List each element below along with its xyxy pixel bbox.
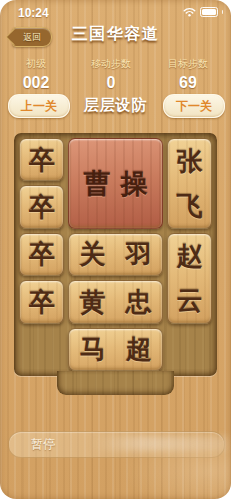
pause-button-label: 暂停 — [31, 432, 224, 457]
puzzle-board: 曹操张飞赵云关羽黄忠马超卒卒卒卒 — [14, 133, 217, 376]
piece-character: 赵 — [176, 243, 202, 269]
stat-target-label: 目标步数 — [152, 57, 224, 71]
piece-character: 羽 — [126, 241, 152, 267]
piece-character: 超 — [126, 336, 152, 362]
piece-machao[interactable]: 马超 — [68, 328, 163, 371]
piece-guanyu[interactable]: 关羽 — [68, 233, 163, 276]
stat-moves-value: 0 — [75, 74, 147, 92]
stat-level-label: 初级 — [0, 57, 72, 71]
piece-character: 飞 — [176, 193, 202, 219]
piece-zhaoyun[interactable]: 赵云 — [167, 233, 212, 324]
stat-level: 初级 002 — [0, 57, 72, 92]
piece-soldier3[interactable]: 卒 — [19, 233, 64, 276]
piece-character: 卒 — [29, 289, 55, 315]
battery-tip-icon — [222, 10, 224, 14]
piece-caocao[interactable]: 曹操 — [68, 138, 163, 229]
piece-character: 卒 — [29, 194, 55, 220]
status-icons — [183, 7, 224, 17]
piece-soldier2[interactable]: 卒 — [19, 185, 64, 228]
piece-character: 云 — [176, 287, 202, 313]
piece-soldier1[interactable]: 卒 — [19, 138, 64, 181]
piece-character: 关 — [79, 241, 105, 267]
piece-huangzhong[interactable]: 黄忠 — [68, 280, 163, 323]
piece-character: 卒 — [29, 241, 55, 267]
piece-zhangfei[interactable]: 张飞 — [167, 138, 212, 229]
next-level-button[interactable]: 下一关 — [163, 94, 225, 118]
pause-button[interactable]: 暂停 — [8, 431, 225, 458]
battery-icon — [200, 7, 218, 17]
stat-target-value: 69 — [152, 74, 224, 92]
piece-character: 黄 — [79, 289, 105, 315]
status-bar: 10:24 — [0, 0, 231, 20]
stat-level-value: 002 — [0, 74, 72, 92]
piece-character: 张 — [176, 148, 202, 174]
piece-character: 曹 — [84, 170, 111, 197]
stat-moves-label: 移动步数 — [75, 57, 147, 71]
page-title: 三国华容道 — [0, 24, 231, 45]
piece-character: 忠 — [126, 289, 152, 315]
clock-time: 10:24 — [18, 6, 49, 20]
piece-character: 卒 — [29, 147, 55, 173]
stat-moves: 移动步数 0 — [75, 57, 147, 92]
piece-character: 马 — [79, 336, 105, 362]
app-screen: 10:24 返回 三国华容道 初级 002 移动步数 0 目标步数 69 上一关… — [0, 0, 231, 499]
piece-character: 操 — [121, 170, 148, 197]
stat-target: 目标步数 69 — [152, 57, 224, 92]
piece-soldier4[interactable]: 卒 — [19, 280, 64, 323]
board-exit-notch — [57, 371, 174, 395]
wifi-icon — [183, 7, 196, 17]
